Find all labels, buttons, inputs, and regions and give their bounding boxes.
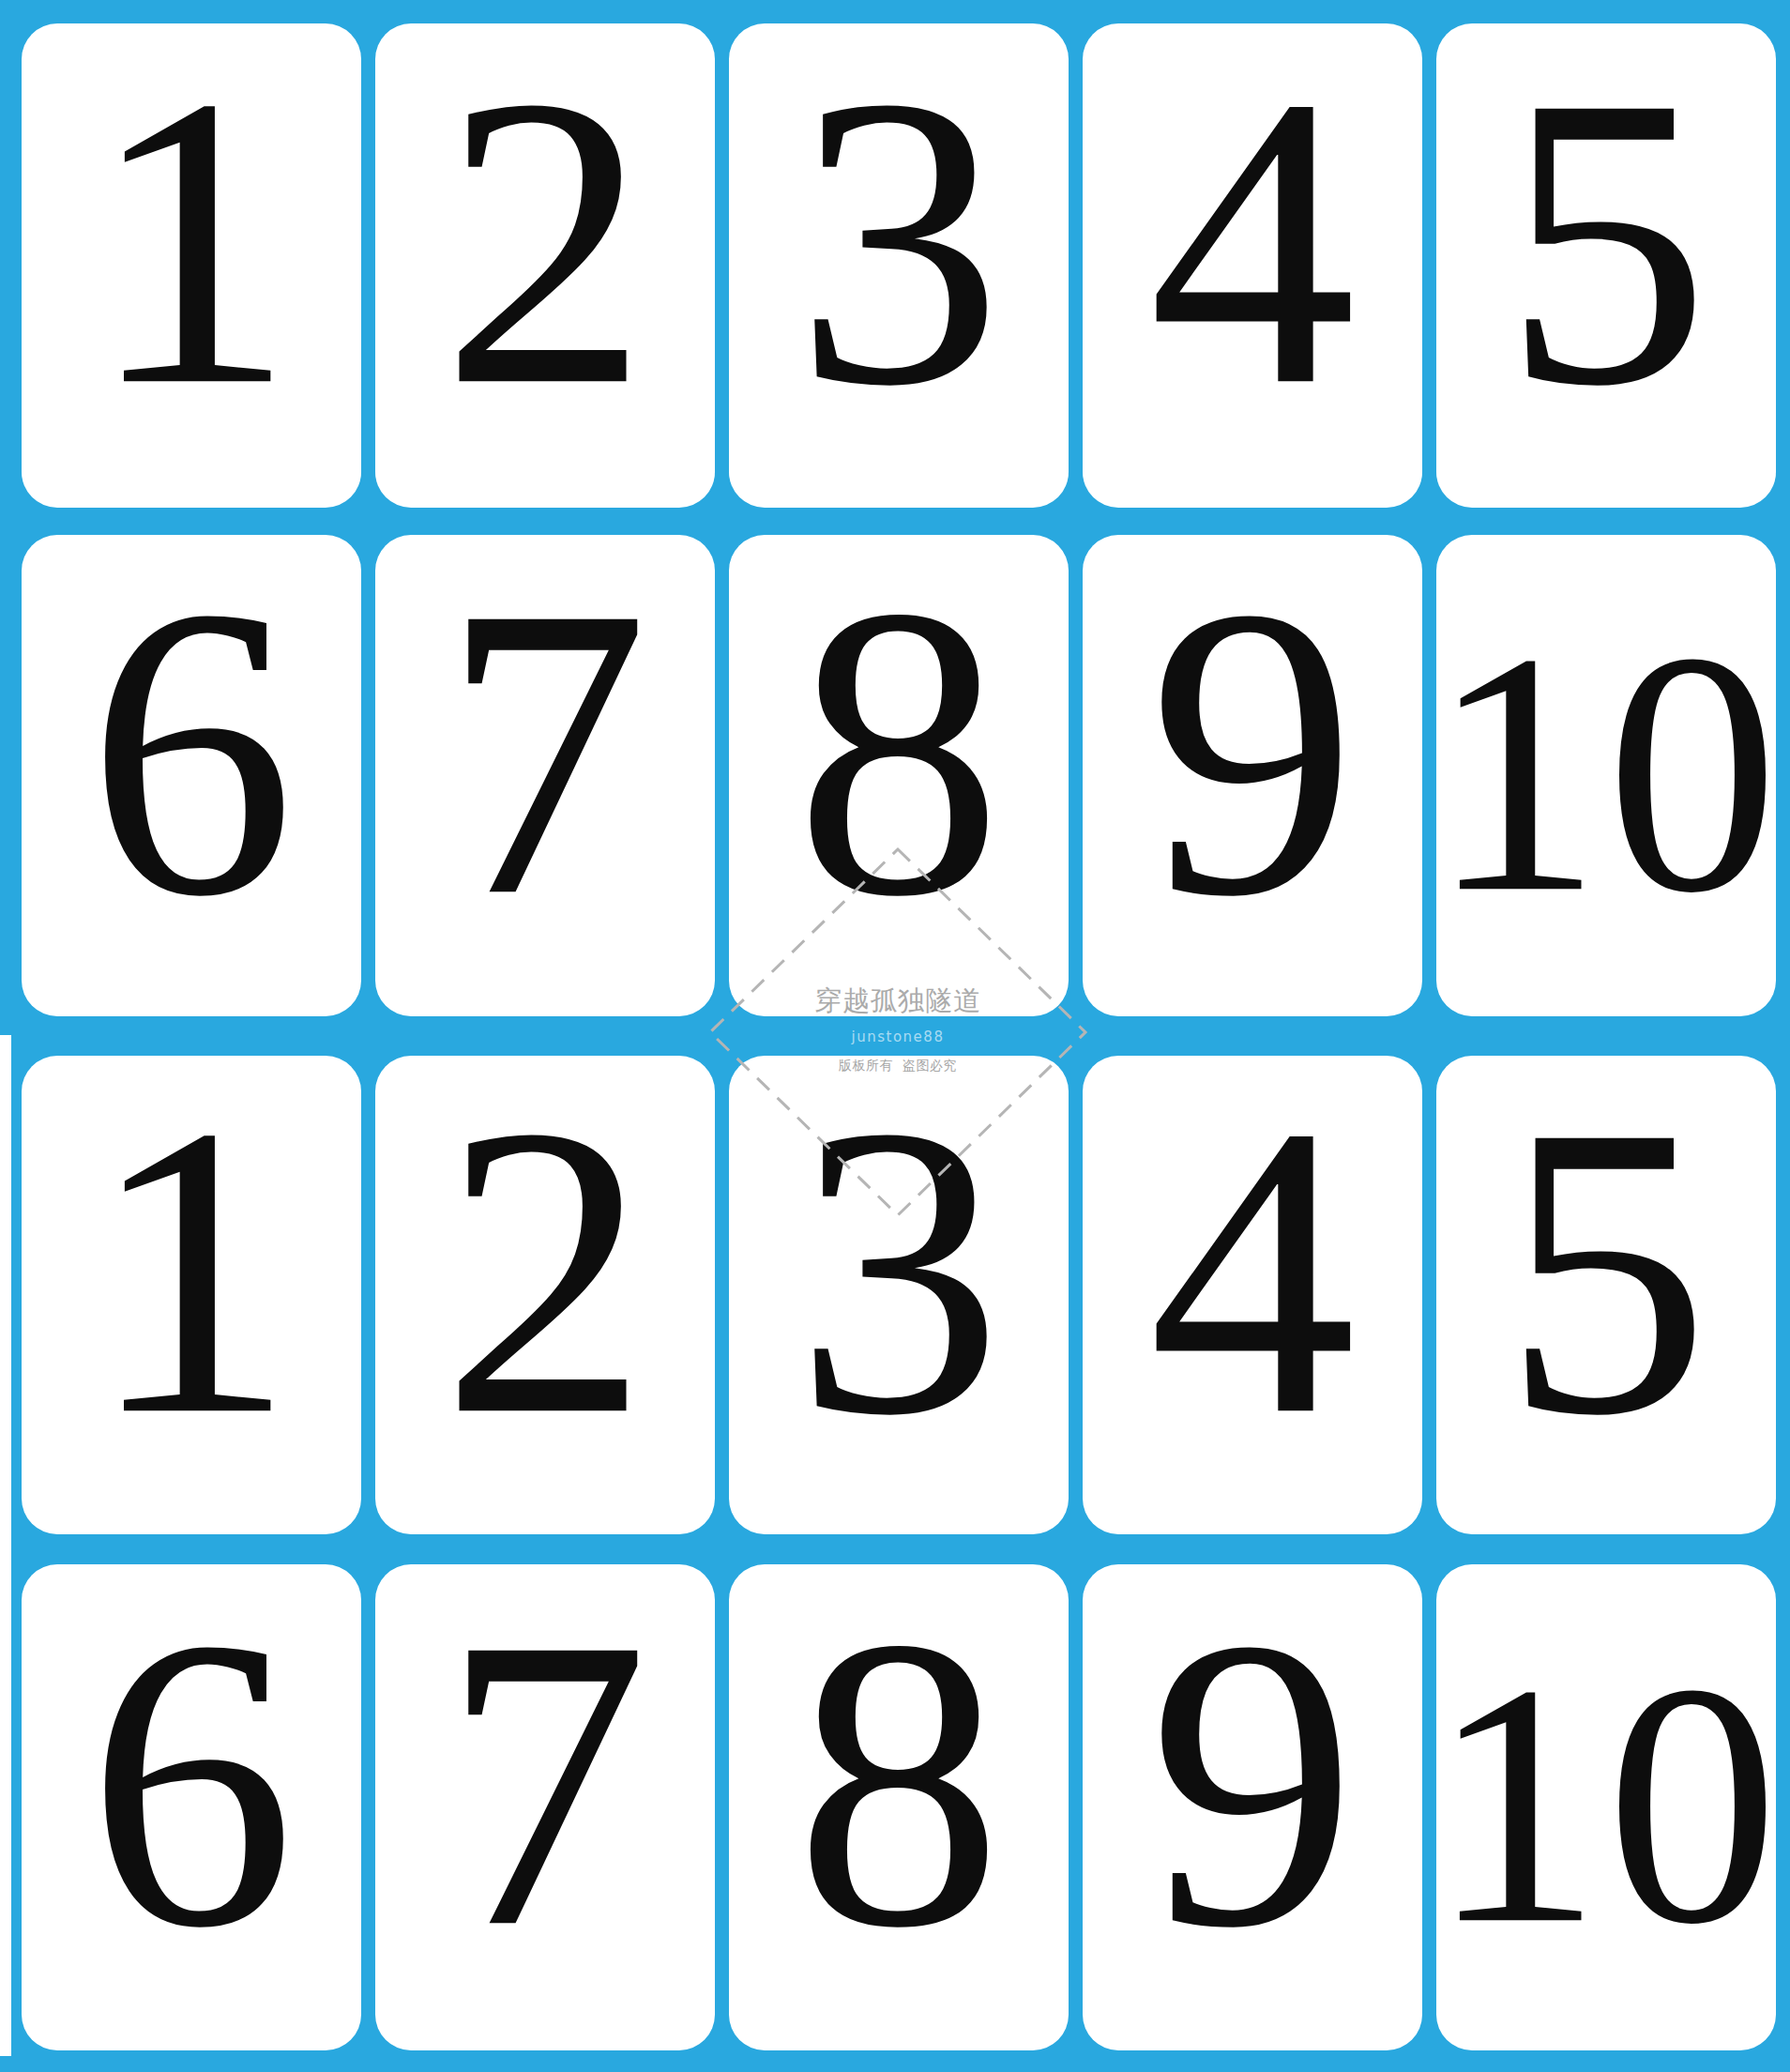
number-card-7-r4: 7 bbox=[375, 1564, 715, 2050]
number-card-2-r1: 2 bbox=[375, 23, 715, 508]
card-number: 10 bbox=[1430, 600, 1783, 945]
card-number: 6 bbox=[87, 542, 296, 959]
number-card-9-r4: 9 bbox=[1083, 1564, 1422, 2050]
number-card-3-r3: 3 bbox=[729, 1056, 1069, 1534]
number-card-6-r4: 6 bbox=[22, 1564, 361, 2050]
card-number: 4 bbox=[1148, 32, 1357, 449]
scan-edge-artifact bbox=[0, 1035, 11, 2056]
card-number: 2 bbox=[441, 32, 649, 449]
card-grid: 1 2 3 4 5 6 7 8 9 10 1 2 3 4 5 6 bbox=[22, 23, 1776, 2050]
number-card-6-r2: 6 bbox=[22, 535, 361, 1016]
card-number: 4 bbox=[1148, 1061, 1357, 1478]
card-number: 9 bbox=[1148, 542, 1357, 959]
number-card-4-r1: 4 bbox=[1083, 23, 1422, 508]
card-number: 5 bbox=[1502, 32, 1710, 449]
card-number: 6 bbox=[87, 1574, 296, 1990]
card-number: 5 bbox=[1502, 1061, 1710, 1478]
number-card-8-r2: 8 bbox=[729, 535, 1069, 1016]
number-card-2-r3: 2 bbox=[375, 1056, 715, 1534]
card-number: 2 bbox=[441, 1061, 649, 1478]
card-number: 7 bbox=[441, 1574, 649, 1990]
number-card-5-r1: 5 bbox=[1436, 23, 1776, 508]
flashcard-sheet: 1 2 3 4 5 6 7 8 9 10 1 2 3 4 5 6 bbox=[0, 0, 1790, 2072]
card-number: 3 bbox=[795, 1061, 1003, 1478]
number-card-4-r3: 4 bbox=[1083, 1056, 1422, 1534]
card-number: 10 bbox=[1430, 1631, 1783, 1976]
number-card-1-r1: 1 bbox=[22, 23, 361, 508]
card-number: 3 bbox=[795, 32, 1003, 449]
card-number: 1 bbox=[87, 32, 296, 449]
number-card-10-r2: 10 bbox=[1436, 535, 1776, 1016]
card-number: 1 bbox=[87, 1061, 296, 1478]
card-number: 8 bbox=[795, 542, 1003, 959]
number-card-5-r3: 5 bbox=[1436, 1056, 1776, 1534]
number-card-3-r1: 3 bbox=[729, 23, 1069, 508]
number-card-7-r2: 7 bbox=[375, 535, 715, 1016]
number-card-1-r3: 1 bbox=[22, 1056, 361, 1534]
card-number: 9 bbox=[1148, 1574, 1357, 1990]
card-number: 8 bbox=[795, 1574, 1003, 1990]
number-card-10-r4: 10 bbox=[1436, 1564, 1776, 2050]
card-number: 7 bbox=[441, 542, 649, 959]
number-card-9-r2: 9 bbox=[1083, 535, 1422, 1016]
number-card-8-r4: 8 bbox=[729, 1564, 1069, 2050]
